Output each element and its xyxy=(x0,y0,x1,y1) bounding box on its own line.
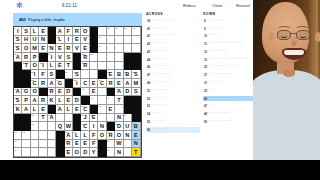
black-cell xyxy=(22,79,30,88)
cell-letter: E xyxy=(83,46,87,52)
grid-cell[interactable]: L xyxy=(65,105,73,114)
cell-number: 64 xyxy=(73,131,75,133)
cell-letter: L xyxy=(50,63,53,69)
grid-cell[interactable] xyxy=(48,140,56,149)
cell-letter: K xyxy=(49,98,53,104)
cell-letter: B xyxy=(125,72,129,78)
grid-cell[interactable]: 12 xyxy=(124,27,132,36)
grid-cell[interactable]: 24T xyxy=(22,62,30,71)
clue-text: ······· · ······ ····· xyxy=(210,97,233,101)
grid-cell[interactable]: O xyxy=(31,88,39,97)
grid-cell[interactable]: S xyxy=(65,53,73,62)
grid-cell[interactable]: 35I xyxy=(73,79,81,88)
grid-cell[interactable]: 63A xyxy=(65,131,73,140)
grid-cell[interactable] xyxy=(98,53,106,62)
grid-cell[interactable]: N xyxy=(98,122,106,131)
grid-cell[interactable] xyxy=(56,114,64,123)
grid-cell[interactable]: 3L xyxy=(31,27,39,36)
grid-cell[interactable] xyxy=(31,148,39,157)
grid-cell[interactable]: E xyxy=(56,88,64,97)
timer[interactable]: 6:21:11 xyxy=(62,3,77,8)
grid-cell[interactable] xyxy=(107,114,115,123)
cell-letter: E xyxy=(92,89,96,95)
grid-cell[interactable] xyxy=(115,44,123,53)
grid-cell[interactable] xyxy=(107,36,115,45)
cell-number: 65 xyxy=(107,131,109,133)
cell-number: 35 xyxy=(73,79,75,81)
grid-cell[interactable] xyxy=(98,62,106,71)
grid-cell[interactable]: E xyxy=(81,44,89,53)
grid-cell[interactable]: D xyxy=(124,88,132,97)
cell-letter: F xyxy=(67,29,70,35)
grid-cell[interactable]: R xyxy=(107,79,115,88)
cell-letter: E xyxy=(109,107,113,113)
grid-cell[interactable] xyxy=(31,131,39,140)
grid-cell[interactable] xyxy=(22,140,30,149)
grid-cell[interactable]: 53A xyxy=(48,114,56,123)
cell-letter: E xyxy=(66,150,70,156)
clue-item[interactable]: 31··· · ······ xyxy=(203,80,253,86)
grid-cell[interactable]: T xyxy=(39,114,47,123)
grid-cell[interactable]: 25I xyxy=(39,62,47,71)
grid-cell[interactable]: T xyxy=(115,96,123,105)
grid-cell[interactable]: 45D xyxy=(73,96,81,105)
grid-cell[interactable]: U xyxy=(31,36,39,45)
across-clue-list[interactable]: ACROSS 39···· ····· ·· ····40··· ·······… xyxy=(146,12,200,159)
grid-cell[interactable]: 67R xyxy=(65,140,73,149)
grid-cell[interactable]: 11 xyxy=(115,27,123,36)
cell-number: 58 xyxy=(82,123,84,125)
clue-item[interactable]: 22··········· ·· · ···· ···· xyxy=(203,65,253,71)
cell-letter: S xyxy=(134,72,138,78)
clue-item[interactable]: 11····· ····· ·· ······ ···· ····· xyxy=(203,41,253,47)
grid-cell[interactable] xyxy=(98,88,106,97)
clue-text: ····· ···· ····· xyxy=(210,50,227,54)
clue-text: ····· ···· ··· xyxy=(210,19,225,23)
cell-letter: T xyxy=(117,98,120,104)
grid-cell[interactable]: W xyxy=(65,122,73,131)
grid-cell[interactable]: M xyxy=(132,79,140,88)
clue-item[interactable]: 41····· ···· ··· ····· xyxy=(146,34,200,40)
grid-cell[interactable]: 18N xyxy=(48,44,56,53)
grid-cell[interactable]: 40D xyxy=(65,88,73,97)
black-cell xyxy=(56,70,64,79)
grid-cell[interactable]: 64L xyxy=(73,131,81,140)
cell-letter: T xyxy=(134,150,137,156)
grid-cell[interactable]: 15L xyxy=(56,36,64,45)
grid-cell[interactable]: E xyxy=(132,131,140,140)
reveal-button[interactable]: Reveal xyxy=(236,3,250,8)
grid-cell[interactable] xyxy=(132,36,140,45)
grid-cell[interactable] xyxy=(90,62,98,71)
black-cell xyxy=(14,114,22,123)
clue-item[interactable]: 13······ ···· ········ ···· ······ ···· xyxy=(203,57,253,63)
cell-letter: B xyxy=(134,124,138,130)
clue-item[interactable]: 8····· ···· ··· xyxy=(203,18,253,24)
black-cell xyxy=(14,62,22,71)
grid-cell[interactable]: R xyxy=(65,44,73,53)
grid-cell[interactable]: 57 xyxy=(31,122,39,131)
cell-letter: A xyxy=(49,81,53,87)
cell-letter: G xyxy=(58,81,62,87)
grid-cell[interactable]: 54J xyxy=(81,114,89,123)
grid-cell[interactable]: 70E xyxy=(65,148,73,157)
grid-cell[interactable]: 37A xyxy=(14,88,22,97)
grid-cell[interactable]: H xyxy=(22,36,30,45)
grid-cell[interactable] xyxy=(132,44,140,53)
grid-cell[interactable]: N xyxy=(39,36,47,45)
grid-cell[interactable]: I xyxy=(65,36,73,45)
clue-text: ····· xyxy=(210,89,215,93)
grid-cell[interactable]: A xyxy=(31,96,39,105)
cell-letter: L xyxy=(83,133,86,139)
cell-letter: O xyxy=(24,46,28,52)
grid-cell[interactable]: 21I xyxy=(48,53,56,62)
grid-cell[interactable]: L xyxy=(48,62,56,71)
grid-cell[interactable]: O xyxy=(98,131,106,140)
across-items: 39···· ····· ·· ····40··· ·······41·····… xyxy=(146,18,200,133)
clue-item[interactable]: 53·· ··· ····· xyxy=(146,104,200,110)
cell-number: 17 xyxy=(14,45,16,47)
black-cell xyxy=(132,105,140,114)
cell-number: 38 xyxy=(23,88,25,90)
grid-cell[interactable]: V xyxy=(56,53,64,62)
grid-cell[interactable]: 27I xyxy=(31,70,39,79)
grid-cell[interactable]: R xyxy=(22,53,30,62)
grid-cell[interactable]: 13 xyxy=(132,27,140,36)
grid-cell[interactable]: 52 xyxy=(31,114,39,123)
grid-cell[interactable]: E xyxy=(65,96,73,105)
clue-item[interactable]: 44······· ···· xyxy=(146,57,200,63)
cell-letter: F xyxy=(41,72,44,78)
grid-cell[interactable]: O xyxy=(22,44,30,53)
grid-cell[interactable] xyxy=(107,53,115,62)
cell-letter: F xyxy=(92,141,95,147)
grid-cell[interactable]: A xyxy=(124,79,132,88)
grid-cell[interactable]: 29S xyxy=(73,70,81,79)
grid-cell[interactable] xyxy=(65,114,73,123)
grid-cell[interactable]: 36C xyxy=(98,79,106,88)
clue-text: ··· · ······ xyxy=(210,81,222,85)
clue-item[interactable]: 10······ ··· xyxy=(203,34,253,40)
grid-cell[interactable]: L xyxy=(81,131,89,140)
grid-cell[interactable]: F xyxy=(39,70,47,79)
grid-cell[interactable]: S xyxy=(132,88,140,97)
games-logo-icon[interactable]: ✻ xyxy=(16,1,23,11)
grid-cell[interactable]: L xyxy=(56,96,64,105)
grid-cell[interactable]: 16 xyxy=(98,36,106,45)
clue-item[interactable]: 47······ ·· ········ xyxy=(146,72,200,78)
grid-cell[interactable] xyxy=(39,140,47,149)
grid-cell[interactable]: 26R xyxy=(81,62,89,71)
clue-text: · ···· ··· xyxy=(210,27,220,31)
grid-cell[interactable]: V xyxy=(81,36,89,45)
cell-letter: N xyxy=(49,46,53,52)
black-cell xyxy=(107,88,115,97)
grid-cell[interactable]: 47 xyxy=(107,96,115,105)
grid-cell[interactable] xyxy=(115,105,123,114)
clue-item[interactable]: 56···· ·· ··· xyxy=(146,127,200,133)
grid-cell[interactable] xyxy=(31,140,39,149)
black-cell xyxy=(48,36,56,45)
grid-cell[interactable]: 14S xyxy=(14,36,22,45)
grid-cell[interactable]: I xyxy=(90,122,98,131)
clue-item[interactable]: 51····· ···· ····· xyxy=(146,88,200,94)
clue-text: ····· ··· xyxy=(153,112,162,116)
cell-number: 67 xyxy=(65,140,67,142)
grid-cell[interactable]: F xyxy=(90,140,98,149)
grid-cell[interactable]: 60B xyxy=(132,122,140,131)
grid-cell[interactable]: Q xyxy=(56,122,64,131)
clue-text: ······ ···· ········ ···· ······ ···· xyxy=(210,58,249,62)
grid-cell[interactable] xyxy=(107,62,115,71)
grid-cell[interactable] xyxy=(124,36,132,45)
grid-cell[interactable]: D xyxy=(81,148,89,157)
clue-item[interactable]: 9· ···· ··· xyxy=(203,26,253,32)
clue-item[interactable]: 48······ ··· ······· xyxy=(203,111,253,117)
clue-item[interactable]: 52···· ······· xyxy=(146,96,200,102)
grid-cell[interactable]: 32S xyxy=(132,70,140,79)
grid-cell[interactable]: 20A xyxy=(14,53,22,62)
grid-cell[interactable]: B xyxy=(115,70,123,79)
grid-cell[interactable]: M xyxy=(31,44,39,53)
grid-cell[interactable]: 38G xyxy=(22,88,30,97)
grid-cell[interactable]: E xyxy=(90,88,98,97)
rebus-button[interactable]: Rebus xyxy=(183,3,196,8)
grid-cell[interactable]: N xyxy=(124,131,132,140)
grid-cell[interactable]: N xyxy=(115,148,123,157)
cell-letter: S xyxy=(50,72,54,78)
clue-text: ·· ··· ····· xyxy=(153,104,165,108)
grid-cell[interactable] xyxy=(98,96,106,105)
grid-cell[interactable] xyxy=(124,148,132,157)
current-clue-number: 46D xyxy=(19,18,26,22)
clue-item[interactable]: 54····· ··· xyxy=(146,111,200,117)
grid-cell[interactable] xyxy=(124,140,132,149)
grid-cell[interactable] xyxy=(48,148,56,157)
cell-letter: D xyxy=(125,89,129,95)
grid-cell[interactable]: 69 xyxy=(14,148,22,157)
clue-item[interactable]: 12····· ···· ····· xyxy=(203,49,253,55)
grid-cell[interactable]: 51 xyxy=(98,105,106,114)
cell-letter: O xyxy=(32,63,36,69)
grid-cell[interactable] xyxy=(98,114,106,123)
grid-cell[interactable]: T xyxy=(132,148,140,157)
grid-cell[interactable] xyxy=(39,122,47,131)
cell-number: 53 xyxy=(48,114,50,116)
grid-cell[interactable]: 43S xyxy=(14,96,22,105)
black-cell xyxy=(90,105,98,114)
grid-cell[interactable]: 9 xyxy=(98,27,106,36)
grid-cell[interactable]: E xyxy=(115,79,123,88)
black-cell xyxy=(124,105,132,114)
current-clue-bar[interactable]: 46D Playing a little, maybe xyxy=(13,13,142,26)
grid-cell[interactable] xyxy=(39,131,47,140)
grid-cell[interactable]: T xyxy=(65,62,73,71)
grid-cell[interactable]: 66 xyxy=(14,140,22,149)
grid-cell[interactable]: 10 xyxy=(107,27,115,36)
grid-cell[interactable]: 71 xyxy=(107,148,115,157)
grid-cell[interactable]: E xyxy=(73,105,81,114)
grid-cell[interactable]: E xyxy=(81,140,89,149)
clue-item[interactable]: 27····· ···· ··········· xyxy=(203,72,253,78)
streamer-shirt xyxy=(253,70,320,160)
cell-number: 11 xyxy=(116,27,118,29)
grid-cell[interactable]: O xyxy=(31,62,39,71)
grid-cell[interactable]: O xyxy=(73,148,81,157)
grid-cell[interactable] xyxy=(115,53,123,62)
clue-text: ······ ···· xyxy=(153,120,165,124)
grid-cell[interactable] xyxy=(115,62,123,71)
grid-cell[interactable]: 68 xyxy=(107,140,115,149)
grid-cell[interactable]: 48K xyxy=(14,105,22,114)
cell-number: 51 xyxy=(99,105,101,107)
grid-cell[interactable]: 1I xyxy=(14,27,22,36)
grid-cell[interactable]: 62 xyxy=(22,131,30,140)
cell-number: 14 xyxy=(14,36,16,38)
cell-letter: N xyxy=(125,133,129,139)
cell-letter: R xyxy=(41,81,45,87)
grid-cell[interactable] xyxy=(115,36,123,45)
grid-cell[interactable]: 5A xyxy=(56,27,64,36)
grid-cell[interactable]: 49A xyxy=(56,105,64,114)
crossword-grid[interactable]: 1I2S3L4E5A6F7R8O91011121314SHUN15LIEV161… xyxy=(13,26,142,158)
grid-cell[interactable]: O xyxy=(115,131,123,140)
grid-cell[interactable]: E xyxy=(39,105,47,114)
grid-cell[interactable] xyxy=(22,148,30,157)
grid-cell[interactable]: 55E xyxy=(90,114,98,123)
cell-letter: N xyxy=(117,115,121,121)
cell-letter: T xyxy=(67,63,70,69)
grid-cell[interactable]: A xyxy=(48,79,56,88)
grid-cell[interactable]: R xyxy=(39,79,47,88)
grid-cell[interactable]: 39R xyxy=(48,88,56,97)
cell-number: 37 xyxy=(14,88,16,90)
grid-cell[interactable] xyxy=(48,122,56,131)
grid-cell[interactable]: 4E xyxy=(39,27,47,36)
grid-cell[interactable]: 7R xyxy=(73,27,81,36)
grid-cell[interactable]: 58C xyxy=(81,122,89,131)
grid-cell[interactable]: P xyxy=(22,96,30,105)
grid-cell[interactable]: E xyxy=(90,79,98,88)
grid-cell[interactable]: 6F xyxy=(65,27,73,36)
grid-cell[interactable] xyxy=(48,131,56,140)
cell-letter: A xyxy=(33,98,37,104)
grid-cell[interactable]: E xyxy=(56,62,64,71)
grid-cell[interactable]: 61 xyxy=(14,131,22,140)
cell-letter: E xyxy=(41,107,45,113)
cell-letter: I xyxy=(17,29,19,35)
grid-cell[interactable]: W xyxy=(115,140,123,149)
grid-cell[interactable]: S xyxy=(48,70,56,79)
black-cell xyxy=(98,148,106,157)
clue-item[interactable]: 47···· xyxy=(203,104,253,110)
clue-item[interactable]: 46······· · ······ ····· xyxy=(203,96,253,102)
grid-cell[interactable]: 30E xyxy=(107,70,115,79)
grid-cell[interactable]: 22R xyxy=(81,53,89,62)
grid-cell[interactable]: E xyxy=(107,105,115,114)
grid-cell[interactable]: V xyxy=(73,44,81,53)
grid-cell[interactable]: E xyxy=(56,44,64,53)
grid-cell[interactable]: F xyxy=(90,131,98,140)
grid-cell[interactable]: 17S xyxy=(14,44,22,53)
clue-item[interactable]: 50···· ··· ··· ······· xyxy=(203,119,253,125)
clue-text: ······ ·· ········ xyxy=(153,73,172,77)
grid-cell[interactable] xyxy=(81,70,89,79)
cell-letter: L xyxy=(33,107,36,113)
grid-cell[interactable]: 50C xyxy=(81,105,89,114)
grid-cell[interactable]: N xyxy=(132,140,140,149)
grid-cell[interactable]: 42A xyxy=(115,88,123,97)
grid-cell[interactable] xyxy=(124,44,132,53)
grid-cell[interactable]: 2S xyxy=(22,27,30,36)
clue-item[interactable]: 40··· ······· xyxy=(146,26,200,32)
grid-cell[interactable]: E xyxy=(73,140,81,149)
grid-cell[interactable]: 8O xyxy=(81,27,89,36)
down-header: DOWN xyxy=(203,12,253,16)
grid-cell[interactable] xyxy=(90,70,98,79)
grid-cell[interactable]: 59D xyxy=(115,122,123,131)
grid-cell[interactable]: 44R xyxy=(39,96,47,105)
grid-cell[interactable]: L xyxy=(31,105,39,114)
clue-item[interactable]: 43·· ·········· xyxy=(146,49,200,55)
grid-cell[interactable]: C xyxy=(81,79,89,88)
cell-letter: R xyxy=(83,63,87,69)
grid-cell[interactable]: 23 xyxy=(90,53,98,62)
cell-number: 45 xyxy=(73,97,75,99)
grid-cell[interactable]: K xyxy=(48,96,56,105)
toolbar: ✻ 6:21:11 Rebus Clear Reveal xyxy=(0,0,253,12)
clue-item[interactable]: 39···· ····· ·· ···· xyxy=(146,18,200,24)
grid-cell[interactable]: 65R xyxy=(107,131,115,140)
black-cell xyxy=(132,114,140,123)
clue-text: ····· ····· ·· ······ ···· ····· xyxy=(210,42,243,46)
grid-cell[interactable]: N xyxy=(115,114,123,123)
grid-cell[interactable]: 41 xyxy=(81,88,89,97)
grid-cell[interactable]: Y xyxy=(90,148,98,157)
down-clue-list[interactable]: DOWN 8····· ···· ···9· ···· ···10······ … xyxy=(203,12,253,159)
clue-item[interactable]: 45···· ··· ·· ····· xyxy=(146,65,200,71)
clue-item[interactable]: 42···· ··· ···· xyxy=(146,41,200,47)
grid-cell[interactable] xyxy=(107,44,115,53)
clear-button[interactable]: Clear xyxy=(212,3,223,8)
grid-cell[interactable]: 56 xyxy=(124,114,132,123)
cell-number: 1 xyxy=(14,27,15,29)
cell-letter: U xyxy=(125,124,129,130)
grid-cell[interactable]: 31B xyxy=(124,70,132,79)
cell-number: 57 xyxy=(31,123,33,125)
clue-item[interactable]: 32····· xyxy=(203,88,253,94)
grid-cell[interactable] xyxy=(39,148,47,157)
cell-number: 70 xyxy=(65,149,67,151)
grid-cell[interactable]: A xyxy=(22,105,30,114)
clue-item[interactable]: 49··· ··· ··· ···· xyxy=(146,80,200,86)
grid-cell[interactable]: U xyxy=(124,122,132,131)
grid-cell[interactable]: 46 xyxy=(90,96,98,105)
grid-cell[interactable]: E xyxy=(73,36,81,45)
grid-cell[interactable]: 28 xyxy=(65,70,73,79)
grid-cell[interactable]: 33C xyxy=(31,79,39,88)
grid-cell[interactable]: 34G xyxy=(56,79,64,88)
cell-letter: I xyxy=(68,37,70,43)
clue-item[interactable]: 55······ ···· xyxy=(146,119,200,125)
grid-cell[interactable]: P xyxy=(31,53,39,62)
grid-cell[interactable]: E xyxy=(39,44,47,53)
grid-cell[interactable]: 19 xyxy=(98,44,106,53)
clue-text: ···· xyxy=(210,104,214,108)
black-cell xyxy=(90,27,98,36)
cell-letter: O xyxy=(117,133,121,139)
